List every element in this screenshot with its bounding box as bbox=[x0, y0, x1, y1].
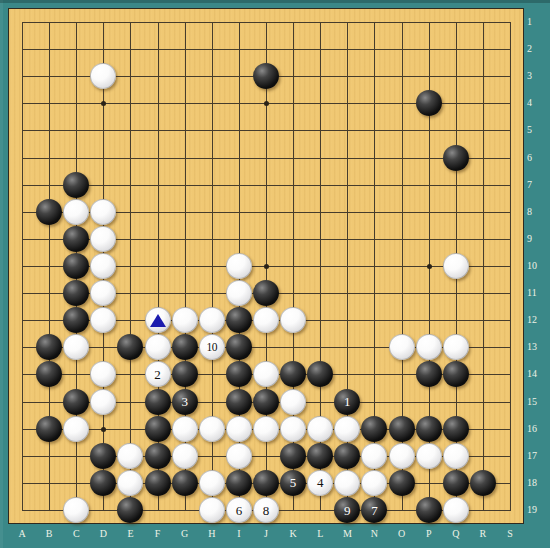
black-stone bbox=[389, 470, 415, 496]
white-stone bbox=[199, 470, 225, 496]
black-stone: 1 bbox=[334, 389, 360, 415]
black-stone bbox=[90, 443, 116, 469]
black-stone bbox=[253, 63, 279, 89]
black-stone bbox=[172, 470, 198, 496]
white-stone bbox=[361, 470, 387, 496]
white-stone bbox=[90, 226, 116, 252]
black-stone bbox=[470, 470, 496, 496]
white-stone bbox=[443, 443, 469, 469]
black-stone bbox=[63, 172, 89, 198]
black-stone bbox=[172, 361, 198, 387]
white-stone bbox=[145, 334, 171, 360]
column-label: R bbox=[474, 528, 492, 540]
white-stone bbox=[90, 389, 116, 415]
white-stone bbox=[63, 334, 89, 360]
white-stone bbox=[334, 470, 360, 496]
triangle-marker-icon bbox=[150, 314, 166, 327]
column-label: C bbox=[67, 528, 85, 540]
black-stone bbox=[253, 470, 279, 496]
white-stone bbox=[172, 416, 198, 442]
white-stone bbox=[145, 307, 171, 333]
white-stone bbox=[90, 361, 116, 387]
row-label: 17 bbox=[527, 450, 549, 462]
black-stone bbox=[280, 443, 306, 469]
black-stone bbox=[416, 497, 442, 523]
row-label: 1 bbox=[527, 16, 549, 28]
black-stone bbox=[63, 389, 89, 415]
black-stone bbox=[172, 334, 198, 360]
column-label: B bbox=[40, 528, 58, 540]
star-point bbox=[264, 264, 269, 269]
white-stone bbox=[280, 307, 306, 333]
white-stone bbox=[90, 280, 116, 306]
black-stone: 9 bbox=[334, 497, 360, 523]
go-diagram-window: 10231546897 ABCDEFGHIJKLMNOPQRS 12345678… bbox=[0, 0, 550, 548]
column-label: P bbox=[420, 528, 438, 540]
black-stone bbox=[253, 280, 279, 306]
white-stone bbox=[280, 416, 306, 442]
black-stone bbox=[226, 334, 252, 360]
white-stone bbox=[416, 443, 442, 469]
row-label: 6 bbox=[527, 152, 549, 164]
star-point bbox=[101, 427, 106, 432]
black-stone bbox=[416, 361, 442, 387]
white-stone bbox=[389, 443, 415, 469]
white-stone bbox=[117, 470, 143, 496]
move-number-label: 2 bbox=[146, 362, 170, 386]
black-stone bbox=[443, 145, 469, 171]
move-number-label: 7 bbox=[361, 497, 387, 523]
column-label: G bbox=[176, 528, 194, 540]
black-stone bbox=[145, 470, 171, 496]
row-label: 2 bbox=[527, 43, 549, 55]
column-label: H bbox=[203, 528, 221, 540]
move-number-label: 5 bbox=[280, 470, 306, 496]
white-stone bbox=[443, 334, 469, 360]
black-stone bbox=[226, 361, 252, 387]
black-stone bbox=[226, 307, 252, 333]
column-label: I bbox=[230, 528, 248, 540]
black-stone bbox=[117, 334, 143, 360]
row-label: 10 bbox=[527, 260, 549, 272]
column-label: J bbox=[257, 528, 275, 540]
black-stone: 5 bbox=[280, 470, 306, 496]
white-stone bbox=[90, 199, 116, 225]
black-stone bbox=[117, 497, 143, 523]
white-stone: 6 bbox=[226, 497, 252, 523]
white-stone bbox=[63, 199, 89, 225]
black-stone bbox=[307, 361, 333, 387]
white-stone: 10 bbox=[199, 334, 225, 360]
black-stone bbox=[36, 334, 62, 360]
black-stone bbox=[443, 416, 469, 442]
white-stone bbox=[90, 253, 116, 279]
white-stone bbox=[307, 416, 333, 442]
black-stone bbox=[253, 389, 279, 415]
black-stone bbox=[63, 226, 89, 252]
row-label: 13 bbox=[527, 341, 549, 353]
row-label: 7 bbox=[527, 179, 549, 191]
white-stone bbox=[199, 416, 225, 442]
white-stone bbox=[389, 334, 415, 360]
black-stone bbox=[36, 199, 62, 225]
grid-line-vertical bbox=[510, 22, 511, 511]
black-stone bbox=[145, 443, 171, 469]
move-number-label: 6 bbox=[227, 498, 251, 522]
white-stone bbox=[226, 416, 252, 442]
star-point bbox=[264, 101, 269, 106]
go-board[interactable]: 10231546897 bbox=[8, 8, 524, 524]
black-stone bbox=[416, 90, 442, 116]
black-stone bbox=[443, 361, 469, 387]
white-stone bbox=[334, 416, 360, 442]
move-number-label: 3 bbox=[172, 389, 198, 415]
column-label: E bbox=[121, 528, 139, 540]
column-label: N bbox=[365, 528, 383, 540]
black-stone bbox=[334, 443, 360, 469]
black-stone bbox=[36, 416, 62, 442]
row-label: 14 bbox=[527, 368, 549, 380]
column-label: S bbox=[501, 528, 519, 540]
star-point bbox=[427, 264, 432, 269]
black-stone bbox=[90, 470, 116, 496]
grid-line-vertical bbox=[483, 22, 484, 511]
row-label: 12 bbox=[527, 314, 549, 326]
white-stone bbox=[199, 497, 225, 523]
black-stone: 3 bbox=[172, 389, 198, 415]
row-label: 11 bbox=[527, 287, 549, 299]
row-label: 4 bbox=[527, 97, 549, 109]
black-stone bbox=[361, 416, 387, 442]
white-stone bbox=[280, 389, 306, 415]
white-stone bbox=[63, 497, 89, 523]
white-stone: 4 bbox=[307, 470, 333, 496]
white-stone bbox=[117, 443, 143, 469]
column-label: M bbox=[338, 528, 356, 540]
white-stone bbox=[226, 280, 252, 306]
column-label: O bbox=[393, 528, 411, 540]
white-stone bbox=[63, 416, 89, 442]
black-stone bbox=[280, 361, 306, 387]
white-stone bbox=[443, 253, 469, 279]
white-stone bbox=[172, 443, 198, 469]
row-label: 18 bbox=[527, 477, 549, 489]
row-label: 16 bbox=[527, 423, 549, 435]
star-point bbox=[101, 101, 106, 106]
black-stone bbox=[307, 443, 333, 469]
white-stone bbox=[226, 443, 252, 469]
black-stone bbox=[389, 416, 415, 442]
black-stone bbox=[145, 389, 171, 415]
move-number-label: 9 bbox=[334, 497, 360, 523]
row-label: 9 bbox=[527, 233, 549, 245]
column-label: L bbox=[311, 528, 329, 540]
column-label: K bbox=[284, 528, 302, 540]
white-stone bbox=[90, 307, 116, 333]
white-stone bbox=[253, 416, 279, 442]
move-number-label: 4 bbox=[308, 471, 332, 495]
black-stone bbox=[443, 470, 469, 496]
black-stone bbox=[226, 389, 252, 415]
move-number-label: 8 bbox=[254, 498, 278, 522]
row-label: 8 bbox=[527, 206, 549, 218]
column-label: A bbox=[13, 528, 31, 540]
white-stone: 8 bbox=[253, 497, 279, 523]
white-stone bbox=[443, 497, 469, 523]
black-stone bbox=[416, 416, 442, 442]
white-stone bbox=[416, 334, 442, 360]
move-number-label: 10 bbox=[200, 335, 224, 359]
black-stone bbox=[145, 416, 171, 442]
row-label: 15 bbox=[527, 396, 549, 408]
white-stone bbox=[226, 253, 252, 279]
column-label: F bbox=[149, 528, 167, 540]
black-stone bbox=[226, 470, 252, 496]
black-stone bbox=[63, 307, 89, 333]
black-stone bbox=[63, 253, 89, 279]
white-stone bbox=[361, 443, 387, 469]
black-stone bbox=[63, 280, 89, 306]
white-stone bbox=[172, 307, 198, 333]
white-stone bbox=[253, 361, 279, 387]
black-stone bbox=[36, 361, 62, 387]
row-label: 3 bbox=[527, 70, 549, 82]
move-number-label: 1 bbox=[334, 389, 360, 415]
white-stone bbox=[199, 307, 225, 333]
black-stone: 7 bbox=[361, 497, 387, 523]
white-stone bbox=[90, 63, 116, 89]
row-label: 5 bbox=[527, 124, 549, 136]
white-stone bbox=[253, 307, 279, 333]
column-label: D bbox=[94, 528, 112, 540]
row-label: 19 bbox=[527, 504, 549, 516]
white-stone: 2 bbox=[145, 361, 171, 387]
column-label: Q bbox=[447, 528, 465, 540]
